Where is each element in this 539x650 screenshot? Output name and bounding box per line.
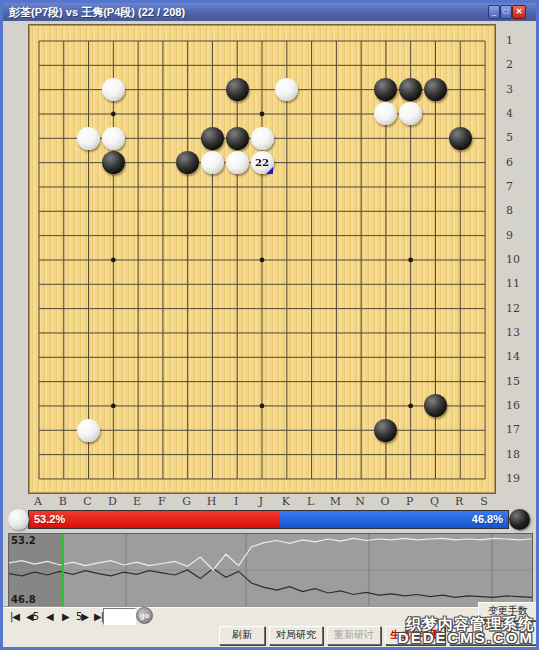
stone-white-J5 (251, 127, 274, 150)
stone-white-H6 (201, 151, 224, 174)
graph-top-label: 53.2 (11, 535, 36, 546)
window-title: 彭荃(P7段) vs 王隽(P4段) (22 / 208) (9, 5, 185, 20)
row-label-14: 14 (506, 350, 532, 363)
stone-black-D6 (102, 151, 125, 174)
white-winrate-label: 53.2% (34, 513, 65, 525)
col-label-C: C (79, 495, 97, 508)
row-label-10: 10 (506, 253, 532, 266)
row-label-9: 9 (506, 229, 532, 242)
stone-white-D5 (102, 127, 125, 150)
winrate-graph-canvas (9, 534, 532, 606)
col-label-L: L (302, 495, 320, 508)
stone-black-H5 (201, 127, 224, 150)
stone-black-Q3 (424, 78, 447, 101)
nav-button-3[interactable]: ▶ (62, 611, 69, 622)
row-label-7: 7 (506, 180, 532, 193)
stone-black-R5 (449, 127, 472, 150)
white-winrate-segment: 53.2% (29, 511, 280, 528)
row-label-13: 13 (506, 326, 532, 339)
star-point (408, 258, 413, 263)
col-label-A: A (29, 495, 47, 508)
star-point (260, 258, 265, 263)
row-label-18: 18 (506, 448, 532, 461)
row-label-15: 15 (506, 375, 532, 388)
col-label-F: F (153, 495, 171, 508)
nav-button-1[interactable]: ◀5 (26, 611, 38, 622)
col-label-H: H (202, 495, 220, 508)
action-button-重新研讨[interactable]: 重新研讨 (327, 626, 381, 645)
stone-white-D3 (102, 78, 125, 101)
star-point (408, 404, 413, 409)
row-label-5: 5 (506, 131, 532, 144)
star-point (111, 258, 116, 263)
action-button-对局研究[interactable]: 对局研究 (269, 626, 323, 645)
col-label-O: O (376, 495, 394, 508)
star-point (260, 112, 265, 117)
nav-button-0[interactable]: |◀ (10, 611, 19, 622)
stone-white-C5 (77, 127, 100, 150)
title-bar: 彭荃(P7段) vs 王隽(P4段) (22 / 208) _ □ ✕ (3, 3, 536, 21)
col-label-E: E (128, 495, 146, 508)
star-point (260, 404, 265, 409)
row-label-11: 11 (506, 277, 532, 290)
row-label-6: 6 (506, 156, 532, 169)
graph-bottom-label: 46.8 (11, 594, 36, 605)
col-label-K: K (277, 495, 295, 508)
col-label-M: M (326, 495, 344, 508)
row-label-19: 19 (506, 472, 532, 485)
star-point (111, 404, 116, 409)
stone-black-I5 (226, 127, 249, 150)
black-winrate-segment: 46.8% (280, 511, 508, 528)
col-label-B: B (54, 495, 72, 508)
change-move-button[interactable]: 变更手数 (478, 602, 538, 621)
row-label-4: 4 (506, 107, 532, 120)
white-stone-icon (8, 509, 29, 530)
col-label-J: J (252, 495, 270, 508)
action-button-刷新[interactable]: 刷新 (219, 626, 265, 645)
row-label-17: 17 (506, 423, 532, 436)
col-label-G: G (178, 495, 196, 508)
row-label-2: 2 (506, 58, 532, 71)
col-label-P: P (401, 495, 419, 508)
winrate-bar: 53.2% 46.8% (28, 510, 509, 529)
nav-button-2[interactable]: ◀ (46, 611, 53, 622)
move-number-input[interactable] (103, 608, 136, 625)
star-point (111, 112, 116, 117)
row-label-3: 3 (506, 83, 532, 96)
col-label-R: R (450, 495, 468, 508)
close-button[interactable]: ✕ (512, 5, 526, 19)
col-label-Q: Q (425, 495, 443, 508)
col-label-S: S (475, 495, 493, 508)
row-label-16: 16 (506, 399, 532, 412)
nav-button-5[interactable]: ▶| (94, 611, 103, 622)
app-window: 彭荃(P7段) vs 王隽(P4段) (22 / 208) _ □ ✕ 22 A… (0, 0, 539, 650)
row-label-1: 1 (506, 34, 532, 47)
winrate-graph[interactable]: 53.2 46.8 (8, 533, 533, 607)
stone-white-I6 (226, 151, 249, 174)
col-label-I: I (227, 495, 245, 508)
go-button[interactable]: go (136, 607, 153, 624)
col-label-N: N (351, 495, 369, 508)
nav-button-4[interactable]: 5▶ (76, 611, 88, 622)
black-stone-icon (509, 509, 530, 530)
last-move-marker-icon (266, 167, 273, 174)
stone-white-C17 (77, 419, 100, 442)
maximize-button[interactable]: □ (500, 5, 512, 19)
black-winrate-label: 46.8% (472, 513, 503, 525)
go-board[interactable]: 22 (28, 24, 496, 494)
stone-black-I3 (226, 78, 249, 101)
row-label-12: 12 (506, 302, 532, 315)
action-button-生成参考图[interactable]: 生成参考图 (385, 626, 445, 645)
action-button-obscured[interactable] (449, 626, 539, 645)
minimize-button[interactable]: _ (488, 5, 500, 19)
row-label-8: 8 (506, 204, 532, 217)
col-label-D: D (103, 495, 121, 508)
